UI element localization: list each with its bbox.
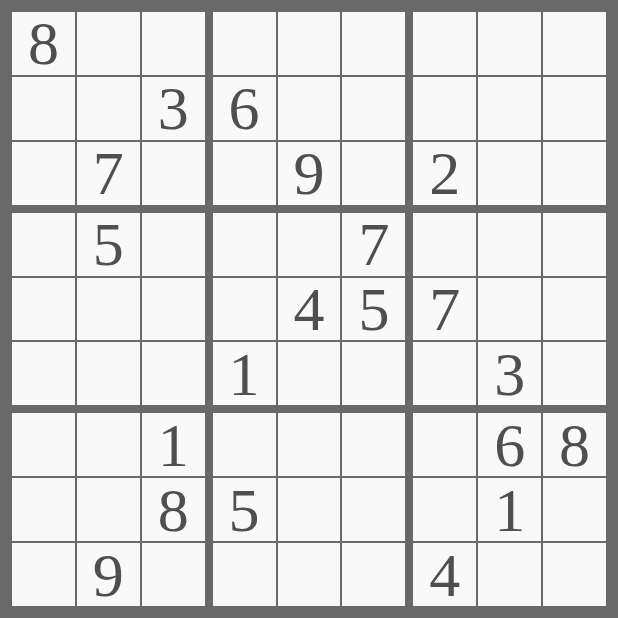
cell-r3c3[interactable] xyxy=(142,142,205,205)
cell-r2c4[interactable]: 6 xyxy=(213,77,276,140)
cell-r4c8[interactable] xyxy=(478,213,541,276)
cell-r3c5[interactable]: 9 xyxy=(278,142,341,205)
cell-r9c7[interactable]: 4 xyxy=(413,543,476,606)
cell-r7c5[interactable] xyxy=(278,413,341,476)
cell-r4c5[interactable] xyxy=(278,213,341,276)
box-9: 6814 xyxy=(413,413,606,606)
cell-r7c8[interactable]: 6 xyxy=(478,413,541,476)
cell-r9c5[interactable] xyxy=(278,543,341,606)
cell-r6c6[interactable] xyxy=(342,342,405,405)
cell-r5c9[interactable] xyxy=(543,278,606,341)
cell-r6c4[interactable]: 1 xyxy=(213,342,276,405)
cell-r9c9[interactable] xyxy=(543,543,606,606)
cell-r4c9[interactable] xyxy=(543,213,606,276)
cell-r4c2[interactable]: 5 xyxy=(77,213,140,276)
cell-r1c3[interactable] xyxy=(142,12,205,75)
cell-r2c7[interactable] xyxy=(413,77,476,140)
cell-r1c2[interactable] xyxy=(77,12,140,75)
cell-r3c1[interactable] xyxy=(12,142,75,205)
cell-r4c7[interactable] xyxy=(413,213,476,276)
box-3: 2 xyxy=(413,12,606,205)
cell-r6c5[interactable] xyxy=(278,342,341,405)
cell-r7c6[interactable] xyxy=(342,413,405,476)
cell-r5c1[interactable] xyxy=(12,278,75,341)
cell-r5c7[interactable]: 7 xyxy=(413,278,476,341)
cell-r3c7[interactable]: 2 xyxy=(413,142,476,205)
box-4: 5 xyxy=(12,213,205,406)
cell-r2c5[interactable] xyxy=(278,77,341,140)
cell-r6c3[interactable] xyxy=(142,342,205,405)
cell-r3c6[interactable] xyxy=(342,142,405,205)
cell-r7c9[interactable]: 8 xyxy=(543,413,606,476)
cell-r2c3[interactable]: 3 xyxy=(142,77,205,140)
sudoku-board: 837692574517318956814 xyxy=(0,0,618,618)
cell-r9c1[interactable] xyxy=(12,543,75,606)
cell-r8c5[interactable] xyxy=(278,478,341,541)
cell-r2c1[interactable] xyxy=(12,77,75,140)
cell-r1c9[interactable] xyxy=(543,12,606,75)
cell-r7c7[interactable] xyxy=(413,413,476,476)
cell-r8c8[interactable]: 1 xyxy=(478,478,541,541)
cell-r1c6[interactable] xyxy=(342,12,405,75)
cell-r6c9[interactable] xyxy=(543,342,606,405)
cell-r7c1[interactable] xyxy=(12,413,75,476)
cell-r8c1[interactable] xyxy=(12,478,75,541)
cell-r8c3[interactable]: 8 xyxy=(142,478,205,541)
cell-r2c9[interactable] xyxy=(543,77,606,140)
cell-r1c4[interactable] xyxy=(213,12,276,75)
cell-r6c7[interactable] xyxy=(413,342,476,405)
cell-r3c9[interactable] xyxy=(543,142,606,205)
cell-r9c8[interactable] xyxy=(478,543,541,606)
box-2: 69 xyxy=(213,12,406,205)
cell-r6c2[interactable] xyxy=(77,342,140,405)
cell-r8c2[interactable] xyxy=(77,478,140,541)
cell-r4c6[interactable]: 7 xyxy=(342,213,405,276)
cell-r1c5[interactable] xyxy=(278,12,341,75)
cell-r2c2[interactable] xyxy=(77,77,140,140)
cell-r5c5[interactable]: 4 xyxy=(278,278,341,341)
box-1: 837 xyxy=(12,12,205,205)
box-5: 7451 xyxy=(213,213,406,406)
cell-r7c3[interactable]: 1 xyxy=(142,413,205,476)
cell-r8c6[interactable] xyxy=(342,478,405,541)
cell-r2c6[interactable] xyxy=(342,77,405,140)
cell-r7c4[interactable] xyxy=(213,413,276,476)
box-8: 5 xyxy=(213,413,406,606)
cell-r4c3[interactable] xyxy=(142,213,205,276)
cell-r8c7[interactable] xyxy=(413,478,476,541)
cell-r4c4[interactable] xyxy=(213,213,276,276)
cell-r6c8[interactable]: 3 xyxy=(478,342,541,405)
cell-r3c8[interactable] xyxy=(478,142,541,205)
cell-r9c2[interactable]: 9 xyxy=(77,543,140,606)
sudoku-grid: 837692574517318956814 xyxy=(12,12,606,606)
cell-r1c1[interactable]: 8 xyxy=(12,12,75,75)
cell-r9c3[interactable] xyxy=(142,543,205,606)
cell-r7c2[interactable] xyxy=(77,413,140,476)
cell-r4c1[interactable] xyxy=(12,213,75,276)
cell-r5c3[interactable] xyxy=(142,278,205,341)
cell-r9c4[interactable] xyxy=(213,543,276,606)
cell-r3c4[interactable] xyxy=(213,142,276,205)
cell-r5c2[interactable] xyxy=(77,278,140,341)
cell-r5c4[interactable] xyxy=(213,278,276,341)
cell-r6c1[interactable] xyxy=(12,342,75,405)
cell-r5c8[interactable] xyxy=(478,278,541,341)
cell-r2c8[interactable] xyxy=(478,77,541,140)
cell-r1c8[interactable] xyxy=(478,12,541,75)
cell-r3c2[interactable]: 7 xyxy=(77,142,140,205)
cell-r1c7[interactable] xyxy=(413,12,476,75)
cell-r8c9[interactable] xyxy=(543,478,606,541)
cell-r9c6[interactable] xyxy=(342,543,405,606)
box-7: 189 xyxy=(12,413,205,606)
cell-r5c6[interactable]: 5 xyxy=(342,278,405,341)
box-6: 73 xyxy=(413,213,606,406)
cell-r8c4[interactable]: 5 xyxy=(213,478,276,541)
